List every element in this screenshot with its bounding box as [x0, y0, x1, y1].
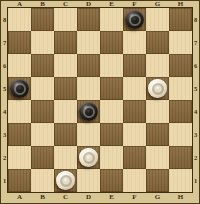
- rank-label-right-1: 1: [192, 169, 199, 192]
- square-f4[interactable]: [123, 100, 146, 123]
- square-c8[interactable]: [54, 8, 77, 31]
- square-c3[interactable]: [54, 123, 77, 146]
- square-c2[interactable]: [54, 146, 77, 169]
- square-a5[interactable]: [8, 77, 31, 100]
- rank-label-left-3: 3: [1, 123, 8, 146]
- square-a1[interactable]: [8, 169, 31, 192]
- board-field: [8, 8, 192, 192]
- square-a4[interactable]: [8, 100, 31, 123]
- file-label-bottom-b: B: [31, 192, 54, 203]
- square-e5[interactable]: [100, 77, 123, 100]
- square-b2[interactable]: [31, 146, 54, 169]
- square-b5[interactable]: [31, 77, 54, 100]
- square-d8[interactable]: [77, 8, 100, 31]
- file-label-top-a: A: [8, 1, 31, 8]
- rank-label-right-5: 5: [192, 77, 199, 100]
- rank-label-right-8: 8: [192, 8, 199, 31]
- file-labels-top: ABCDEFGH: [1, 1, 199, 8]
- square-b6[interactable]: [31, 54, 54, 77]
- square-b8[interactable]: [31, 8, 54, 31]
- square-d7[interactable]: [77, 31, 100, 54]
- square-g7[interactable]: [146, 31, 169, 54]
- square-g4[interactable]: [146, 100, 169, 123]
- square-g3[interactable]: [146, 123, 169, 146]
- square-e1[interactable]: [100, 169, 123, 192]
- square-g6[interactable]: [146, 54, 169, 77]
- square-a8[interactable]: [8, 8, 31, 31]
- file-label-top-c: C: [54, 1, 77, 8]
- square-e2[interactable]: [100, 146, 123, 169]
- file-label-bottom-d: D: [77, 192, 100, 203]
- square-a6[interactable]: [8, 54, 31, 77]
- square-f5[interactable]: [123, 77, 146, 100]
- rank-label-left-8: 8: [1, 8, 8, 31]
- rank-labels-right: 87654321: [192, 8, 199, 192]
- square-b7[interactable]: [31, 31, 54, 54]
- file-label-bottom-c: C: [54, 192, 77, 203]
- white-man-d2[interactable]: [79, 148, 98, 167]
- file-label-top-b: B: [31, 1, 54, 8]
- square-e8[interactable]: [100, 8, 123, 31]
- square-f8[interactable]: [123, 8, 146, 31]
- rank-label-right-2: 2: [192, 146, 199, 169]
- file-label-top-f: F: [123, 1, 146, 8]
- square-g8[interactable]: [146, 8, 169, 31]
- file-label-top-g: G: [146, 1, 169, 8]
- file-label-top-d: D: [77, 1, 100, 8]
- square-h7[interactable]: [169, 31, 192, 54]
- square-c5[interactable]: [54, 77, 77, 100]
- file-label-bottom-a: A: [8, 192, 31, 203]
- square-g1[interactable]: [146, 169, 169, 192]
- checkers-board: ABCDEFGH 87654321 87654321 ABCDEFGH: [0, 0, 200, 204]
- square-d1[interactable]: [77, 169, 100, 192]
- white-man-g5[interactable]: [148, 79, 167, 98]
- square-f3[interactable]: [123, 123, 146, 146]
- rank-label-left-4: 4: [1, 100, 8, 123]
- file-label-top-e: E: [100, 1, 123, 8]
- square-b1[interactable]: [31, 169, 54, 192]
- file-label-bottom-h: H: [169, 192, 192, 203]
- square-d2[interactable]: [77, 146, 100, 169]
- square-d5[interactable]: [77, 77, 100, 100]
- square-f1[interactable]: [123, 169, 146, 192]
- square-f6[interactable]: [123, 54, 146, 77]
- square-h4[interactable]: [169, 100, 192, 123]
- square-h5[interactable]: [169, 77, 192, 100]
- square-d6[interactable]: [77, 54, 100, 77]
- file-label-top-h: H: [169, 1, 192, 8]
- black-man-a5[interactable]: [10, 79, 29, 98]
- rank-label-right-3: 3: [192, 123, 199, 146]
- square-b4[interactable]: [31, 100, 54, 123]
- square-c1[interactable]: [54, 169, 77, 192]
- file-label-bottom-g: G: [146, 192, 169, 203]
- square-h3[interactable]: [169, 123, 192, 146]
- rank-label-right-4: 4: [192, 100, 199, 123]
- rank-label-right-6: 6: [192, 54, 199, 77]
- square-f7[interactable]: [123, 31, 146, 54]
- square-a7[interactable]: [8, 31, 31, 54]
- square-g5[interactable]: [146, 77, 169, 100]
- rank-label-left-2: 2: [1, 146, 8, 169]
- black-man-d4[interactable]: [79, 102, 98, 121]
- square-e3[interactable]: [100, 123, 123, 146]
- square-b3[interactable]: [31, 123, 54, 146]
- square-d3[interactable]: [77, 123, 100, 146]
- file-labels-bottom: ABCDEFGH: [1, 192, 199, 203]
- rank-labels-left: 87654321: [1, 8, 8, 192]
- rank-label-left-7: 7: [1, 31, 8, 54]
- square-a2[interactable]: [8, 146, 31, 169]
- rank-label-left-6: 6: [1, 54, 8, 77]
- square-h2[interactable]: [169, 146, 192, 169]
- square-e4[interactable]: [100, 100, 123, 123]
- square-d4[interactable]: [77, 100, 100, 123]
- square-f2[interactable]: [123, 146, 146, 169]
- white-man-c1[interactable]: [56, 171, 75, 190]
- rank-label-left-1: 1: [1, 169, 8, 192]
- square-h8[interactable]: [169, 8, 192, 31]
- square-h6[interactable]: [169, 54, 192, 77]
- square-h1[interactable]: [169, 169, 192, 192]
- square-c4[interactable]: [54, 100, 77, 123]
- square-a3[interactable]: [8, 123, 31, 146]
- file-label-bottom-e: E: [100, 192, 123, 203]
- rank-label-right-7: 7: [192, 31, 199, 54]
- square-g2[interactable]: [146, 146, 169, 169]
- square-c7[interactable]: [54, 31, 77, 54]
- rank-label-left-5: 5: [1, 77, 8, 100]
- black-man-f8[interactable]: [125, 10, 144, 29]
- square-e7[interactable]: [100, 31, 123, 54]
- square-e6[interactable]: [100, 54, 123, 77]
- file-label-bottom-f: F: [123, 192, 146, 203]
- square-c6[interactable]: [54, 54, 77, 77]
